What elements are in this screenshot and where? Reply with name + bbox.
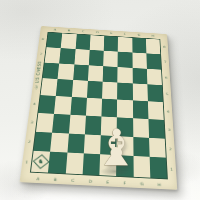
board-square-c4[interactable]: [70, 97, 87, 116]
coord-label: E: [106, 180, 109, 185]
coord-label: H: [158, 182, 162, 187]
board-square-g5[interactable]: [132, 84, 147, 102]
board-square-h8[interactable]: [146, 39, 161, 54]
coord-label: 4: [31, 102, 37, 106]
board-square-g6[interactable]: [132, 68, 147, 85]
coord-label: C: [82, 30, 85, 33]
board-square-c6[interactable]: [73, 64, 89, 81]
board-square-b8[interactable]: [61, 33, 76, 48]
board-square-h5[interactable]: [147, 84, 163, 102]
board-square-h7[interactable]: [146, 53, 161, 69]
board-square-c7[interactable]: [74, 49, 89, 65]
board-square-h1[interactable]: [149, 157, 166, 178]
board-square-e8[interactable]: [104, 36, 118, 51]
coord-label: A: [36, 177, 40, 182]
board-square-c5[interactable]: [71, 80, 87, 98]
board-square-c8[interactable]: [75, 34, 90, 49]
diamond-logo-icon: ♞: [32, 154, 49, 169]
board-square-f5[interactable]: [117, 83, 132, 101]
board-square-f8[interactable]: [118, 37, 132, 52]
coord-label: 1: [24, 159, 30, 164]
board-square-f4[interactable]: [117, 100, 133, 119]
board-square-g7[interactable]: [132, 52, 147, 68]
board-square-b1[interactable]: [48, 152, 67, 174]
coord-label: 3: [29, 120, 35, 124]
corner-logo: ♞: [33, 153, 48, 171]
board-square-d7[interactable]: [89, 50, 104, 66]
coord-label: B: [68, 29, 71, 32]
board-square-a8[interactable]: [47, 33, 63, 48]
coord-label: 2: [26, 139, 32, 143]
board-square-d5[interactable]: [87, 81, 103, 99]
board-square-c1[interactable]: [65, 153, 83, 175]
board-square-b2[interactable]: [50, 132, 68, 152]
coord-label: D: [96, 30, 99, 33]
board-square-f6[interactable]: [118, 67, 133, 84]
coord-label: D: [89, 179, 93, 184]
coord-label: 7: [163, 60, 168, 64]
coord-label: F: [123, 181, 126, 186]
coord-label: E: [110, 31, 112, 34]
board-square-b5[interactable]: [56, 79, 73, 97]
coord-label: G: [140, 182, 144, 187]
board-square-b7[interactable]: [59, 48, 75, 64]
board-square-b6[interactable]: [58, 63, 74, 80]
white-bishop-piece[interactable]: ♝: [94, 122, 135, 175]
board-square-f7[interactable]: [118, 51, 132, 67]
board-square-g4[interactable]: [133, 100, 149, 119]
board-square-d6[interactable]: [88, 65, 103, 82]
table-cloth: ABCDEFGH ABCDEFGH 87654321 87654321 ♘ US…: [0, 0, 200, 200]
board-square-h4[interactable]: [148, 101, 164, 119]
board-square-a7[interactable]: [45, 47, 61, 63]
coord-label: 2: [167, 147, 173, 151]
board-square-a2[interactable]: [34, 131, 53, 151]
coord-label: C: [71, 178, 74, 183]
board-square-e7[interactable]: [103, 51, 118, 67]
board-square-e4[interactable]: [101, 99, 117, 118]
board-square-g8[interactable]: [132, 38, 146, 53]
coord-label: B: [54, 177, 58, 182]
coord-label: 7: [38, 52, 43, 56]
board-square-a4[interactable]: [38, 95, 56, 114]
coord-label: 5: [164, 92, 169, 96]
coord-label: 4: [165, 109, 171, 113]
coord-label: A: [54, 28, 57, 31]
coord-label: 8: [162, 45, 167, 48]
coord-label: H: [152, 34, 155, 37]
board-square-a5[interactable]: [41, 78, 58, 96]
board-square-h2[interactable]: [149, 137, 166, 157]
coord-label: 1: [169, 167, 175, 172]
board-square-h6[interactable]: [147, 68, 162, 85]
board-square-h3[interactable]: [148, 119, 164, 138]
coord-label: 3: [166, 127, 172, 131]
coord-label: 6: [163, 75, 168, 79]
board-square-e6[interactable]: [103, 66, 118, 83]
board-square-a6[interactable]: [43, 62, 60, 79]
brand-knight-icon: ♘: [33, 86, 39, 91]
coord-label: 8: [40, 37, 45, 40]
board-square-b3[interactable]: [52, 114, 70, 133]
coord-label: F: [124, 32, 126, 35]
board-square-e5[interactable]: [102, 82, 117, 100]
board-square-c3[interactable]: [69, 115, 86, 134]
board-square-d4[interactable]: [86, 98, 102, 117]
board-square-b4[interactable]: [54, 96, 71, 115]
coord-label: G: [137, 33, 140, 36]
board-square-d8[interactable]: [89, 35, 104, 50]
board-square-a1[interactable]: ♞: [31, 151, 50, 173]
board-square-a3[interactable]: [36, 113, 54, 132]
board-square-c2[interactable]: [67, 133, 85, 153]
